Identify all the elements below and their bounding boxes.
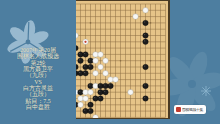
- go-board: [76, 0, 170, 119]
- go-board-svg: [76, 1, 168, 118]
- video-thumbnail: 2007年第20届 围棋名人战预选 第2轮 黑方聂卫平 （九段） VS 白方古灵…: [0, 0, 220, 124]
- match-caption: 2007年第20届 围棋名人战预选 第2轮 黑方聂卫平 （九段） VS 白方古灵…: [4, 47, 72, 110]
- channel-watermark: 围棋视频十集: [174, 105, 206, 114]
- caption-line-result: 白中盘胜: [4, 104, 72, 110]
- play-logo-icon: [176, 107, 181, 112]
- channel-watermark-text: 围棋视频十集: [182, 108, 203, 112]
